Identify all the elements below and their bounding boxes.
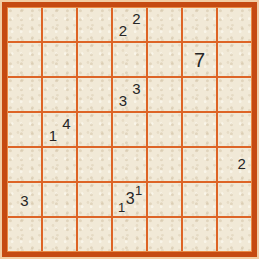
cell-r6c2[interactable] — [43, 183, 76, 216]
clue-cell-r4c2: 14 — [43, 113, 76, 146]
cell-r7c7[interactable] — [218, 218, 251, 251]
cell-r7c6[interactable] — [183, 218, 216, 251]
cell-r1c3[interactable] — [78, 8, 111, 41]
tapa-grid: 227331423131 — [8, 8, 251, 251]
clue-digit: 4 — [62, 116, 70, 131]
cell-r1c7[interactable] — [218, 8, 251, 41]
cell-r3c6[interactable] — [183, 78, 216, 111]
cell-r5c2[interactable] — [43, 148, 76, 181]
clue-digit: 3 — [126, 191, 135, 207]
clue-cell-r6c1: 3 — [8, 183, 41, 216]
cell-r1c5[interactable] — [148, 8, 181, 41]
cell-r5c4[interactable] — [113, 148, 146, 181]
clue-digit: 2 — [119, 22, 127, 37]
cell-r7c4[interactable] — [113, 218, 146, 251]
cell-r2c4[interactable] — [113, 43, 146, 76]
clue-digit: 2 — [132, 11, 140, 26]
cell-r3c2[interactable] — [43, 78, 76, 111]
clue-digit: 3 — [119, 92, 127, 107]
cell-r2c3[interactable] — [78, 43, 111, 76]
cell-r4c6[interactable] — [183, 113, 216, 146]
clue-cell-r3c4: 33 — [113, 78, 146, 111]
cell-r3c1[interactable] — [8, 78, 41, 111]
cell-r5c6[interactable] — [183, 148, 216, 181]
cell-r2c2[interactable] — [43, 43, 76, 76]
cell-r2c7[interactable] — [218, 43, 251, 76]
cell-r4c3[interactable] — [78, 113, 111, 146]
clue-digit: 7 — [194, 50, 205, 70]
cell-r3c3[interactable] — [78, 78, 111, 111]
cell-r6c5[interactable] — [148, 183, 181, 216]
cell-r7c5[interactable] — [148, 218, 181, 251]
cell-r7c1[interactable] — [8, 218, 41, 251]
clue-digit: 1 — [118, 201, 125, 214]
tapa-board: 227331423131 — [0, 0, 259, 259]
clue-digit: 3 — [132, 81, 140, 96]
clue-digit: 3 — [20, 192, 28, 207]
clue-cell-r1c4: 22 — [113, 8, 146, 41]
clue-cell-r2c6: 7 — [183, 43, 216, 76]
cell-r5c5[interactable] — [148, 148, 181, 181]
cell-r1c6[interactable] — [183, 8, 216, 41]
cell-r4c5[interactable] — [148, 113, 181, 146]
cell-r6c6[interactable] — [183, 183, 216, 216]
cell-r3c7[interactable] — [218, 78, 251, 111]
cell-r4c1[interactable] — [8, 113, 41, 146]
cell-r1c1[interactable] — [8, 8, 41, 41]
cell-r7c3[interactable] — [78, 218, 111, 251]
board-frame: 227331423131 — [2, 2, 257, 257]
cell-r3c5[interactable] — [148, 78, 181, 111]
cell-r5c3[interactable] — [78, 148, 111, 181]
cell-r6c3[interactable] — [78, 183, 111, 216]
cell-r5c1[interactable] — [8, 148, 41, 181]
cell-r2c5[interactable] — [148, 43, 181, 76]
cell-r2c1[interactable] — [8, 43, 41, 76]
clue-cell-r5c7: 2 — [218, 148, 251, 181]
clue-cell-r6c4: 131 — [113, 183, 146, 216]
cell-r7c2[interactable] — [43, 218, 76, 251]
cell-r6c7[interactable] — [218, 183, 251, 216]
cell-r4c7[interactable] — [218, 113, 251, 146]
cell-r4c4[interactable] — [113, 113, 146, 146]
clue-digit: 2 — [238, 155, 246, 170]
clue-digit: 1 — [49, 127, 57, 142]
clue-digit: 1 — [135, 183, 142, 196]
cell-r1c2[interactable] — [43, 8, 76, 41]
